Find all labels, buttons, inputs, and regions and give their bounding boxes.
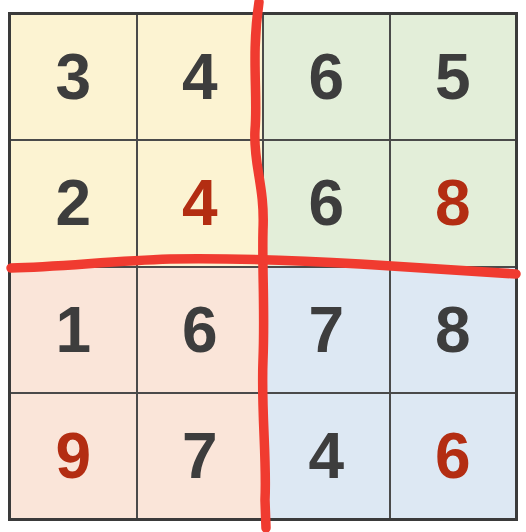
grid-cell-r1c3: 6 [264,15,389,139]
grid-cell-r3c2: 6 [138,268,263,392]
grid-cell-r4c3: 4 [264,394,389,518]
grid-cell-r2c2: 4 [138,141,263,265]
grid-cell-r4c4: 6 [391,394,516,518]
grid-cell-r2c1: 2 [11,141,136,265]
grid-cell-r1c1: 3 [11,15,136,139]
grid-cell-r4c2: 7 [138,394,263,518]
grid-cell-r4c1: 9 [11,394,136,518]
grid-cell-r1c2: 4 [138,15,263,139]
grid-cell-r2c3: 6 [264,141,389,265]
number-grid: 3 4 6 5 2 4 6 8 1 6 7 8 9 7 4 6 [8,12,518,521]
grid-cell-r3c4: 8 [391,268,516,392]
puzzle-canvas: 3 4 6 5 2 4 6 8 1 6 7 8 9 7 4 6 [0,0,526,532]
grid-cell-r2c4: 8 [391,141,516,265]
grid-cell-r1c4: 5 [391,15,516,139]
grid-cell-r3c3: 7 [264,268,389,392]
grid-cell-r3c1: 1 [11,268,136,392]
